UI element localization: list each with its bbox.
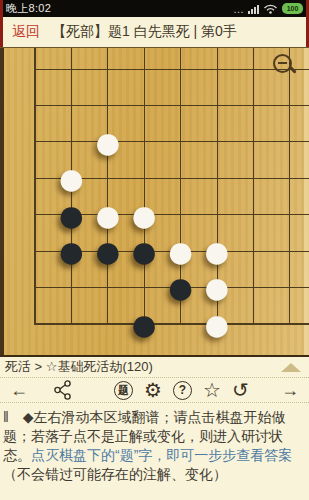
board-cell[interactable] xyxy=(17,306,53,342)
back-button[interactable]: 返回 xyxy=(12,23,40,41)
app-screen: 晚上8:02 … 100 返回 【死部】题1 白先黑死 | 第0手 ●●●●●●… xyxy=(0,0,309,500)
problem-mode-button[interactable]: 题 xyxy=(114,381,133,400)
board-cell[interactable] xyxy=(162,160,198,196)
app-header: 返回 【死部】题1 白先黑死 | 第0手 xyxy=(0,17,309,47)
favorite-star-icon[interactable]: ☆ xyxy=(203,378,221,402)
board-cell[interactable] xyxy=(272,160,308,196)
white-stone: ● xyxy=(202,299,232,349)
board-cell[interactable]: ● xyxy=(162,269,198,305)
board-cell[interactable]: ● xyxy=(126,233,162,269)
clock: 晚上8:02 xyxy=(6,1,51,16)
board-cell[interactable] xyxy=(235,160,271,196)
prev-move-button[interactable]: ← xyxy=(10,380,28,401)
board-cell[interactable] xyxy=(235,124,271,160)
board-grid[interactable]: ●●●●●●●●●●●●●● xyxy=(17,51,308,342)
board-cell[interactable] xyxy=(199,51,235,87)
board-cell[interactable]: ● xyxy=(199,306,235,342)
board-cell[interactable] xyxy=(199,87,235,123)
signal-bars-icon xyxy=(248,4,259,14)
status-bar: 晚上8:02 … 100 xyxy=(0,0,309,17)
board-cell[interactable] xyxy=(272,124,308,160)
board-cell[interactable] xyxy=(235,306,271,342)
board-cell[interactable] xyxy=(17,269,53,305)
instructions-text: ‖ ◆左右滑动本区域翻谱；请点击棋盘开始做题；若落子点不是正解或变化，则进入研讨… xyxy=(3,408,306,484)
collapse-panel-icon[interactable] xyxy=(281,363,301,372)
board-cell[interactable] xyxy=(235,51,271,87)
board-cell[interactable] xyxy=(17,87,53,123)
board-cell[interactable] xyxy=(126,124,162,160)
board-cell[interactable] xyxy=(126,87,162,123)
breadcrumb-bar: 死活 > ☆基础死活劫(120) xyxy=(0,357,309,377)
board-cell[interactable] xyxy=(199,124,235,160)
board-cell[interactable] xyxy=(90,51,126,87)
board-cell[interactable] xyxy=(199,160,235,196)
board-cell[interactable] xyxy=(126,51,162,87)
board-cell[interactable]: ● xyxy=(90,124,126,160)
screen-edge-left xyxy=(0,0,3,47)
help-icon[interactable]: ? xyxy=(173,381,192,400)
board-cell[interactable] xyxy=(17,233,53,269)
board-cell[interactable] xyxy=(272,306,308,342)
board-cell[interactable] xyxy=(17,196,53,232)
breadcrumb[interactable]: 死活 > ☆基础死活劫(120) xyxy=(5,358,281,376)
board-cell[interactable] xyxy=(272,87,308,123)
board-cell[interactable] xyxy=(17,51,53,87)
notification-dots-icon: … xyxy=(233,5,244,13)
board-cell[interactable] xyxy=(17,124,53,160)
black-stone: ● xyxy=(129,299,159,349)
page-title: 【死部】题1 白先黑死 | 第0手 xyxy=(52,23,237,41)
board-cell[interactable]: ● xyxy=(126,306,162,342)
toolbar: ← 题 ⚙ ? ☆ ↺ → xyxy=(0,377,309,403)
share-icon[interactable] xyxy=(54,380,72,400)
board-cell[interactable] xyxy=(272,269,308,305)
board-cell[interactable] xyxy=(162,124,198,160)
board-cell[interactable] xyxy=(53,306,89,342)
go-board[interactable]: ●●●●●●●●●●●●●● xyxy=(0,47,309,357)
info-panel[interactable]: ‖ ◆左右滑动本区域翻谱；请点击棋盘开始做题；若落子点不是正解或变化，则进入研讨… xyxy=(0,404,309,500)
board-cell[interactable] xyxy=(53,51,89,87)
replay-icon[interactable]: ↺ xyxy=(232,378,249,402)
zoom-out-icon[interactable] xyxy=(273,54,295,76)
screen-edge-right xyxy=(306,0,309,47)
wifi-icon xyxy=(263,3,278,14)
board-cell[interactable] xyxy=(162,306,198,342)
status-icons: … 100 xyxy=(233,3,303,14)
board-cell[interactable] xyxy=(53,87,89,123)
board-cell[interactable]: ● xyxy=(53,233,89,269)
board-cell[interactable] xyxy=(235,87,271,123)
battery-icon: 100 xyxy=(282,3,303,14)
board-cell[interactable]: ● xyxy=(90,233,126,269)
settings-gear-icon[interactable]: ⚙ xyxy=(144,378,162,402)
next-move-button[interactable]: → xyxy=(281,380,299,401)
board-cell[interactable] xyxy=(162,87,198,123)
board-cell[interactable] xyxy=(235,196,271,232)
board-cell[interactable] xyxy=(53,269,89,305)
board-cell[interactable] xyxy=(235,269,271,305)
board-cell[interactable] xyxy=(162,51,198,87)
board-cell[interactable] xyxy=(235,233,271,269)
board-cell[interactable] xyxy=(272,196,308,232)
board-cell[interactable] xyxy=(90,269,126,305)
board-cell[interactable] xyxy=(17,160,53,196)
board-cell[interactable] xyxy=(272,233,308,269)
board-cell[interactable] xyxy=(90,306,126,342)
board-left-edge xyxy=(0,48,4,355)
